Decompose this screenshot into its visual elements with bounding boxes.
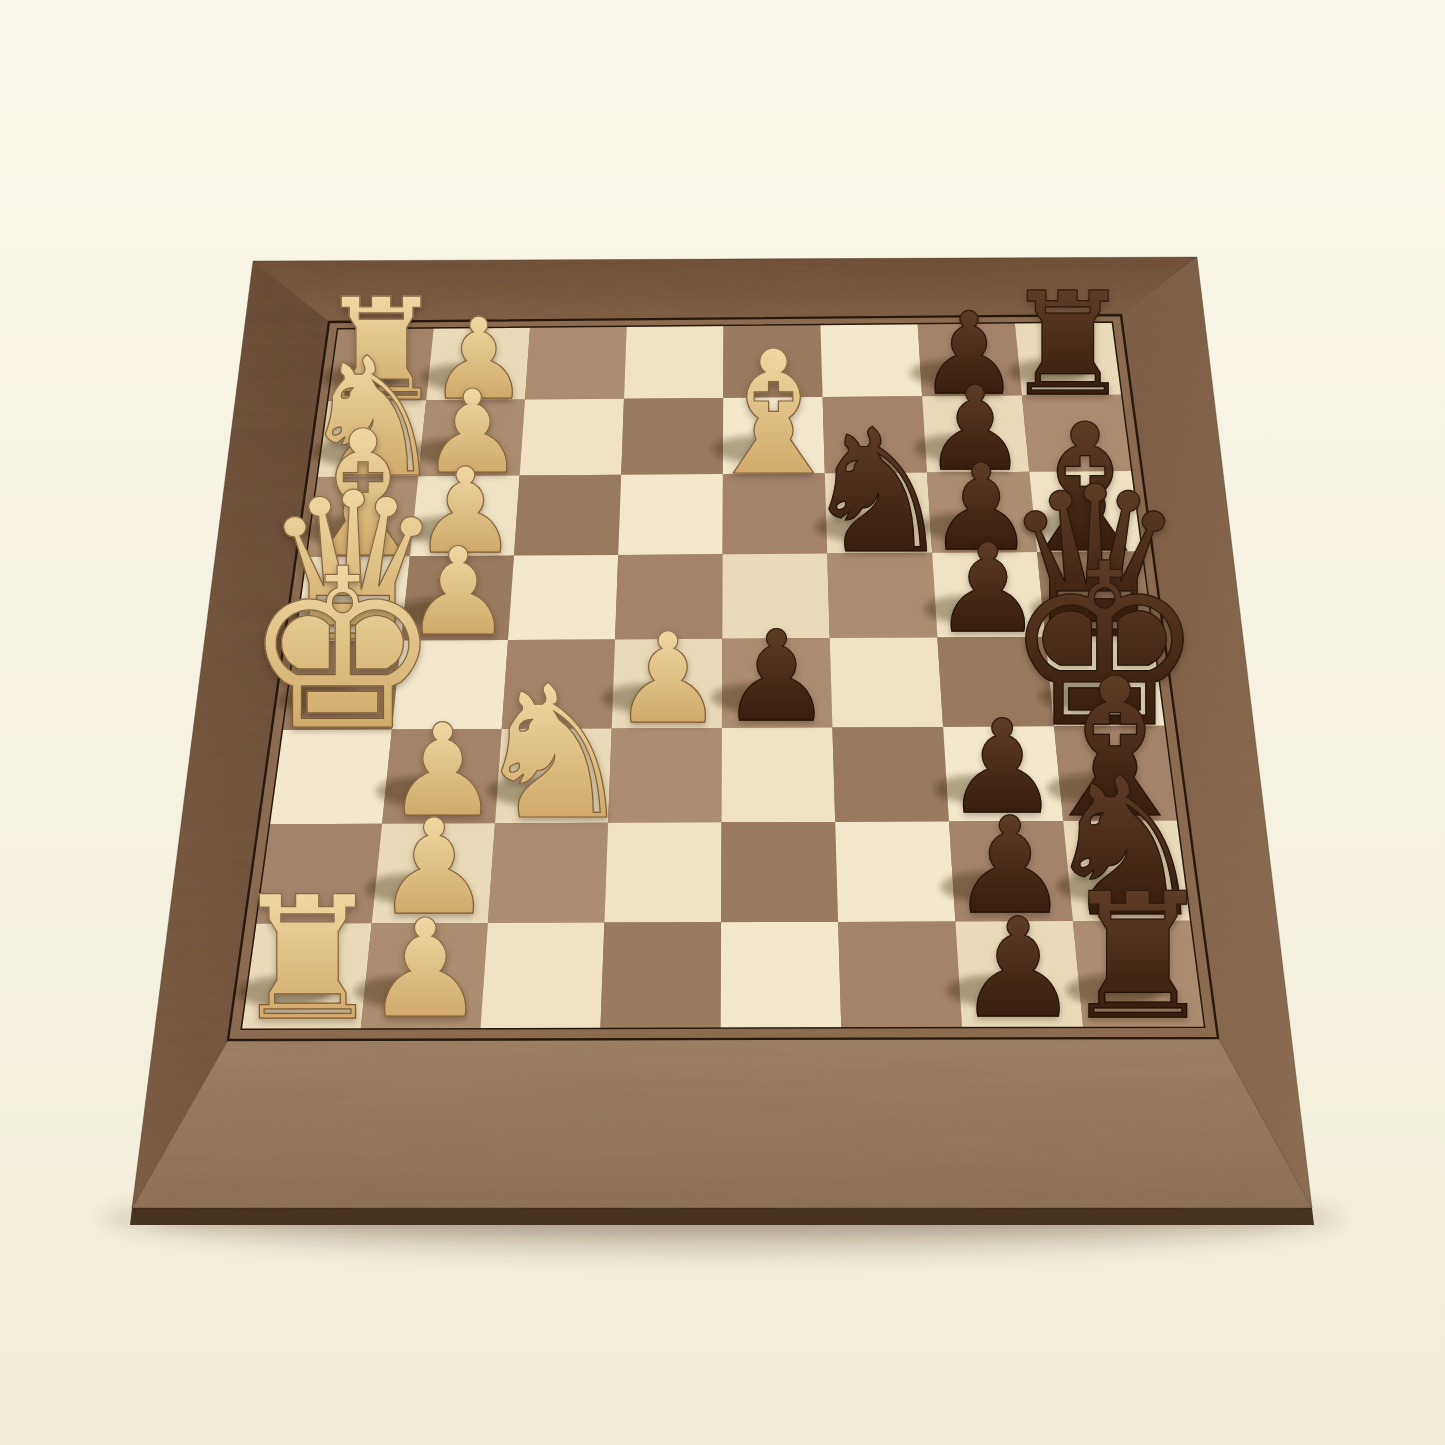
shadow-black-pawn-d7 <box>924 595 1009 623</box>
square-g2 <box>372 823 495 923</box>
square-c1 <box>306 476 418 557</box>
shadow-black-king-e8 <box>1039 682 1127 711</box>
square-e6 <box>830 638 943 728</box>
square-f3 <box>495 729 612 824</box>
square-a8 <box>1015 322 1122 396</box>
square-f1 <box>269 730 392 825</box>
square-e7 <box>937 637 1054 727</box>
shadow-white-queen-d1 <box>290 599 374 626</box>
shadow-white-rook-a1 <box>323 365 401 390</box>
square-b7 <box>922 396 1029 473</box>
square-f2 <box>382 729 502 824</box>
square-f4 <box>608 728 722 823</box>
square-e3 <box>502 639 615 729</box>
shadow-black-pawn-a7 <box>910 360 989 386</box>
shadow-white-bishop-c1 <box>301 517 383 544</box>
shadow-black-pawn-e5 <box>711 684 798 712</box>
shadow-white-rook-h1 <box>237 977 331 1008</box>
square-b6 <box>823 396 927 473</box>
square-d7 <box>932 552 1045 637</box>
square-d2 <box>401 556 514 641</box>
shadow-black-bishop-f8 <box>1047 774 1137 803</box>
shadow-white-bishop-b5 <box>713 436 794 462</box>
square-b5 <box>723 397 825 474</box>
shadow-white-pawn-c2 <box>404 517 486 544</box>
square-a5 <box>723 325 822 398</box>
square-d6 <box>827 553 937 638</box>
shadow-white-pawn-a2 <box>420 364 498 389</box>
shadow-black-rook-a8 <box>1008 359 1087 385</box>
square-h5 <box>721 922 842 1028</box>
square-a2 <box>426 327 530 400</box>
square-c7 <box>927 472 1037 553</box>
shadow-black-rook-h8 <box>1066 975 1162 1006</box>
square-f8 <box>1054 726 1178 821</box>
square-b4 <box>621 398 723 475</box>
square-a4 <box>624 325 724 398</box>
shadow-black-knight-c6 <box>816 514 899 541</box>
square-g4 <box>604 822 721 922</box>
square-e1 <box>282 641 401 731</box>
square-b3 <box>520 399 624 476</box>
board-svg <box>0 0 1445 1445</box>
square-e4 <box>612 639 723 729</box>
square-c2 <box>410 476 520 557</box>
square-h6 <box>838 922 962 1029</box>
shadow-white-pawn-f2 <box>376 777 465 806</box>
square-f7 <box>943 726 1063 821</box>
square-e2 <box>392 640 508 730</box>
square-a3 <box>525 326 627 399</box>
square-h4 <box>600 922 721 1028</box>
square-a6 <box>820 324 922 397</box>
square-g3 <box>488 823 608 923</box>
square-c5 <box>723 473 828 554</box>
square-c4 <box>618 474 723 555</box>
shadow-black-pawn-f7 <box>935 774 1025 803</box>
square-c8 <box>1029 471 1142 552</box>
shadow-white-pawn-g2 <box>366 874 458 904</box>
shadow-white-pawn-h2 <box>354 976 448 1007</box>
square-d3 <box>508 555 618 640</box>
shadow-black-bishop-c8 <box>1023 512 1106 539</box>
frame-bottom <box>132 1038 1312 1208</box>
square-g8 <box>1063 821 1191 922</box>
square-h8 <box>1073 921 1205 1028</box>
shadow-white-knight-b1 <box>312 439 392 465</box>
square-g1 <box>256 824 382 924</box>
shadow-white-pawn-b2 <box>412 438 492 464</box>
shadow-white-pawn-e4 <box>602 684 689 712</box>
square-e8 <box>1045 636 1165 726</box>
board-squares-group <box>228 315 1218 1040</box>
square-b8 <box>1022 395 1132 472</box>
shadow-white-pawn-d2 <box>395 599 479 626</box>
square-c3 <box>514 475 621 556</box>
square-a1 <box>328 328 434 401</box>
square-d5 <box>722 554 829 639</box>
square-d8 <box>1037 551 1153 637</box>
square-h1 <box>241 923 372 1029</box>
shadow-black-pawn-c7 <box>919 513 1002 540</box>
square-d4 <box>615 554 723 639</box>
frame-top <box>253 257 1197 322</box>
square-g5 <box>721 822 838 922</box>
square-b2 <box>418 400 525 477</box>
shadow-black-pawn-g7 <box>941 872 1034 902</box>
square-d1 <box>295 556 410 641</box>
shadow-black-pawn-b7 <box>914 435 995 461</box>
square-f5 <box>722 727 836 822</box>
square-c6 <box>825 473 932 554</box>
chessboard-photo: ♜♟♟♜♟♝♟♞♝♟♞♟♝♛♟♟♛♚♟♟♚♝♟♞♟♞♟♟♜♟♟♜ <box>0 0 1445 1445</box>
square-h3 <box>480 923 604 1029</box>
shadow-black-queen-d8 <box>1030 595 1115 623</box>
shadow-black-pawn-h7 <box>947 975 1042 1006</box>
square-e5 <box>722 638 833 728</box>
board-side-edge <box>130 1208 1314 1225</box>
square-g6 <box>835 821 955 922</box>
square-b1 <box>317 400 426 477</box>
shadow-white-king-e1 <box>278 686 364 714</box>
square-f6 <box>832 727 949 822</box>
square-h7 <box>955 921 1083 1028</box>
square-h2 <box>361 923 488 1029</box>
square-g7 <box>949 821 1073 922</box>
square-a7 <box>918 323 1022 396</box>
shadow-black-knight-g8 <box>1056 871 1149 901</box>
shadow-white-knight-f3 <box>487 776 576 805</box>
